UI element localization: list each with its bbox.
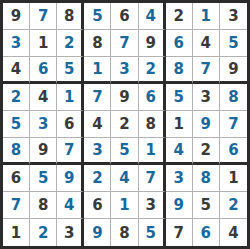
sudoku-cell-r9c6[interactable]: 5 — [139, 219, 166, 246]
sudoku-cell-r3c6[interactable]: 2 — [139, 57, 166, 84]
sudoku-cell-r2c9[interactable]: 5 — [220, 30, 247, 57]
sudoku-cell-r1c6[interactable]: 4 — [139, 3, 166, 30]
sudoku-cell-r3c4[interactable]: 1 — [84, 57, 111, 84]
sudoku-cell-r7c8[interactable]: 8 — [193, 165, 220, 192]
sudoku-cell-r4c3[interactable]: 1 — [57, 84, 84, 111]
sudoku-cell-r4c5[interactable]: 9 — [111, 84, 138, 111]
sudoku-cell-r7c1[interactable]: 6 — [3, 165, 30, 192]
sudoku-cell-r4c6[interactable]: 6 — [139, 84, 166, 111]
sudoku-cell-r5c3[interactable]: 6 — [57, 111, 84, 138]
sudoku-cell-r7c9[interactable]: 1 — [220, 165, 247, 192]
sudoku-cell-r9c9[interactable]: 4 — [220, 219, 247, 246]
sudoku-cell-r9c2[interactable]: 2 — [30, 219, 57, 246]
sudoku-cell-r6c5[interactable]: 5 — [111, 138, 138, 165]
sudoku-cell-r1c7[interactable]: 2 — [166, 3, 193, 30]
sudoku-cell-r7c6[interactable]: 7 — [139, 165, 166, 192]
sudoku-cell-r6c7[interactable]: 4 — [166, 138, 193, 165]
sudoku-cell-r9c1[interactable]: 1 — [3, 219, 30, 246]
sudoku-cell-r3c3[interactable]: 5 — [57, 57, 84, 84]
sudoku-cell-r5c4[interactable]: 4 — [84, 111, 111, 138]
sudoku-cell-r3c7[interactable]: 8 — [166, 57, 193, 84]
sudoku-cell-r3c2[interactable]: 6 — [30, 57, 57, 84]
sudoku-cell-r9c4[interactable]: 9 — [84, 219, 111, 246]
sudoku-cell-r6c4[interactable]: 3 — [84, 138, 111, 165]
sudoku-cell-r6c8[interactable]: 2 — [193, 138, 220, 165]
sudoku-cell-r6c3[interactable]: 7 — [57, 138, 84, 165]
sudoku-cell-r6c9[interactable]: 6 — [220, 138, 247, 165]
sudoku-cell-r6c2[interactable]: 9 — [30, 138, 57, 165]
sudoku-cell-r4c8[interactable]: 3 — [193, 84, 220, 111]
sudoku-cell-r3c9[interactable]: 9 — [220, 57, 247, 84]
sudoku-cell-r2c5[interactable]: 7 — [111, 30, 138, 57]
sudoku-cell-r4c1[interactable]: 2 — [3, 84, 30, 111]
sudoku-cell-r4c7[interactable]: 5 — [166, 84, 193, 111]
sudoku-cell-r1c8[interactable]: 1 — [193, 3, 220, 30]
sudoku-cell-r6c6[interactable]: 1 — [139, 138, 166, 165]
sudoku-cell-r2c1[interactable]: 3 — [3, 30, 30, 57]
sudoku-cell-r8c2[interactable]: 8 — [30, 192, 57, 219]
sudoku-cell-r6c1[interactable]: 8 — [3, 138, 30, 165]
sudoku-cell-r2c6[interactable]: 9 — [139, 30, 166, 57]
sudoku-cell-r3c5[interactable]: 3 — [111, 57, 138, 84]
sudoku-cell-r8c4[interactable]: 6 — [84, 192, 111, 219]
sudoku-cell-r8c8[interactable]: 5 — [193, 192, 220, 219]
sudoku-cell-r9c5[interactable]: 8 — [111, 219, 138, 246]
sudoku-cell-r7c7[interactable]: 3 — [166, 165, 193, 192]
sudoku-cell-r5c6[interactable]: 8 — [139, 111, 166, 138]
sudoku-cell-r8c1[interactable]: 7 — [3, 192, 30, 219]
sudoku-cell-r5c5[interactable]: 2 — [111, 111, 138, 138]
sudoku-cell-r2c2[interactable]: 1 — [30, 30, 57, 57]
sudoku-cell-r4c9[interactable]: 8 — [220, 84, 247, 111]
sudoku-cell-r2c7[interactable]: 6 — [166, 30, 193, 57]
sudoku-cell-r3c1[interactable]: 4 — [3, 57, 30, 84]
sudoku-cell-r8c6[interactable]: 3 — [139, 192, 166, 219]
sudoku-cell-r8c9[interactable]: 2 — [220, 192, 247, 219]
sudoku-cell-r4c4[interactable]: 7 — [84, 84, 111, 111]
sudoku-cell-r1c3[interactable]: 8 — [57, 3, 84, 30]
sudoku-cell-r7c2[interactable]: 5 — [30, 165, 57, 192]
sudoku-cell-r1c5[interactable]: 6 — [111, 3, 138, 30]
sudoku-cell-r1c4[interactable]: 5 — [84, 3, 111, 30]
sudoku-cell-r5c8[interactable]: 9 — [193, 111, 220, 138]
sudoku-cell-r3c8[interactable]: 7 — [193, 57, 220, 84]
sudoku-cell-r9c3[interactable]: 3 — [57, 219, 84, 246]
sudoku-cell-r1c2[interactable]: 7 — [30, 3, 57, 30]
sudoku-cell-r5c2[interactable]: 3 — [30, 111, 57, 138]
sudoku-cell-r4c2[interactable]: 4 — [30, 84, 57, 111]
sudoku-cell-r9c8[interactable]: 6 — [193, 219, 220, 246]
sudoku-cell-r1c1[interactable]: 9 — [3, 3, 30, 30]
sudoku-cell-r2c3[interactable]: 2 — [57, 30, 84, 57]
sudoku-cell-r2c8[interactable]: 4 — [193, 30, 220, 57]
sudoku-cell-r8c3[interactable]: 4 — [57, 192, 84, 219]
sudoku-cell-r7c5[interactable]: 4 — [111, 165, 138, 192]
sudoku-board: 9785642133128796454651328792417965385364… — [0, 0, 250, 249]
sudoku-cell-r7c4[interactable]: 2 — [84, 165, 111, 192]
sudoku-cell-r2c4[interactable]: 8 — [84, 30, 111, 57]
sudoku-cell-r9c7[interactable]: 7 — [166, 219, 193, 246]
sudoku-cell-r1c9[interactable]: 3 — [220, 3, 247, 30]
sudoku-cell-r7c3[interactable]: 9 — [57, 165, 84, 192]
sudoku-cell-r8c5[interactable]: 1 — [111, 192, 138, 219]
sudoku-cell-r5c7[interactable]: 1 — [166, 111, 193, 138]
sudoku-cell-r5c1[interactable]: 5 — [3, 111, 30, 138]
sudoku-cell-r8c7[interactable]: 9 — [166, 192, 193, 219]
sudoku-cell-r5c9[interactable]: 7 — [220, 111, 247, 138]
